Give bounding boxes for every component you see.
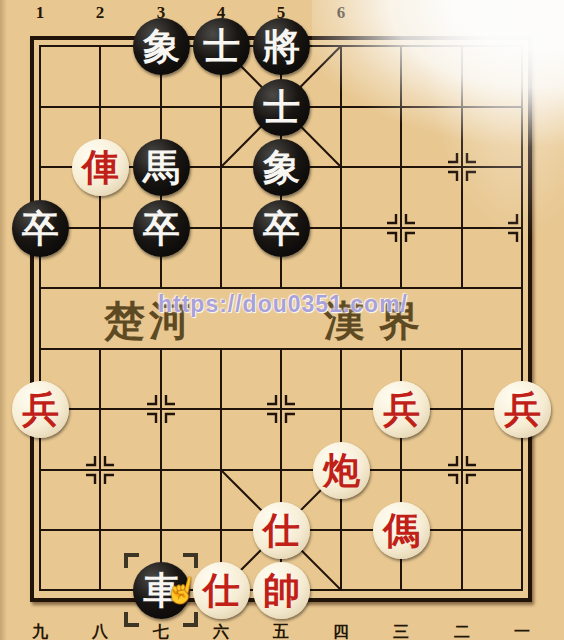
file-label-bottom: 九 [20,622,60,640]
file-label-bottom: 一 [502,622,542,640]
file-label-bottom: 八 [80,622,120,640]
file-label-bottom: 六 [201,622,241,640]
selection-corner [183,612,198,627]
piece-black-soldier[interactable]: 卒 [253,200,310,257]
piece-black-elephant[interactable]: 象 [253,139,310,196]
piece-black-horse[interactable]: 馬 [133,139,190,196]
watermark-url: https://dou0351.com/ [158,291,408,318]
selection-corner [124,553,139,568]
file-label-top: 2 [80,3,120,23]
piece-red-general[interactable]: 帥 [253,562,310,619]
piece-black-soldier[interactable]: 卒 [12,200,69,257]
file-label-top: 1 [20,3,60,23]
xiangqi-board-screen: 123456 九八七六五四三二一 楚河 漢界 象士將士俥馬象卒卒卒兵兵兵炮仕傌車… [0,0,564,640]
piece-red-soldier[interactable]: 兵 [373,381,430,438]
file-label-top: 6 [321,3,361,23]
piece-red-advisor[interactable]: 仕 [193,562,250,619]
piece-black-chariot[interactable]: 車 [133,562,190,619]
file-label-bottom: 五 [261,622,301,640]
piece-red-soldier[interactable]: 兵 [12,381,69,438]
piece-red-advisor[interactable]: 仕 [253,502,310,559]
piece-black-soldier[interactable]: 卒 [133,200,190,257]
file-label-bottom: 三 [381,622,421,640]
piece-black-general[interactable]: 將 [253,18,310,75]
piece-red-cannon[interactable]: 炮 [313,442,370,499]
piece-red-soldier[interactable]: 兵 [494,381,551,438]
file-label-bottom: 二 [442,622,482,640]
selection-corner [124,612,139,627]
piece-red-horse[interactable]: 傌 [373,502,430,559]
piece-black-advisor[interactable]: 士 [193,18,250,75]
piece-red-chariot[interactable]: 俥 [72,139,129,196]
piece-black-advisor[interactable]: 士 [253,79,310,136]
selection-corner [183,553,198,568]
piece-black-elephant[interactable]: 象 [133,18,190,75]
file-label-bottom: 四 [321,622,361,640]
